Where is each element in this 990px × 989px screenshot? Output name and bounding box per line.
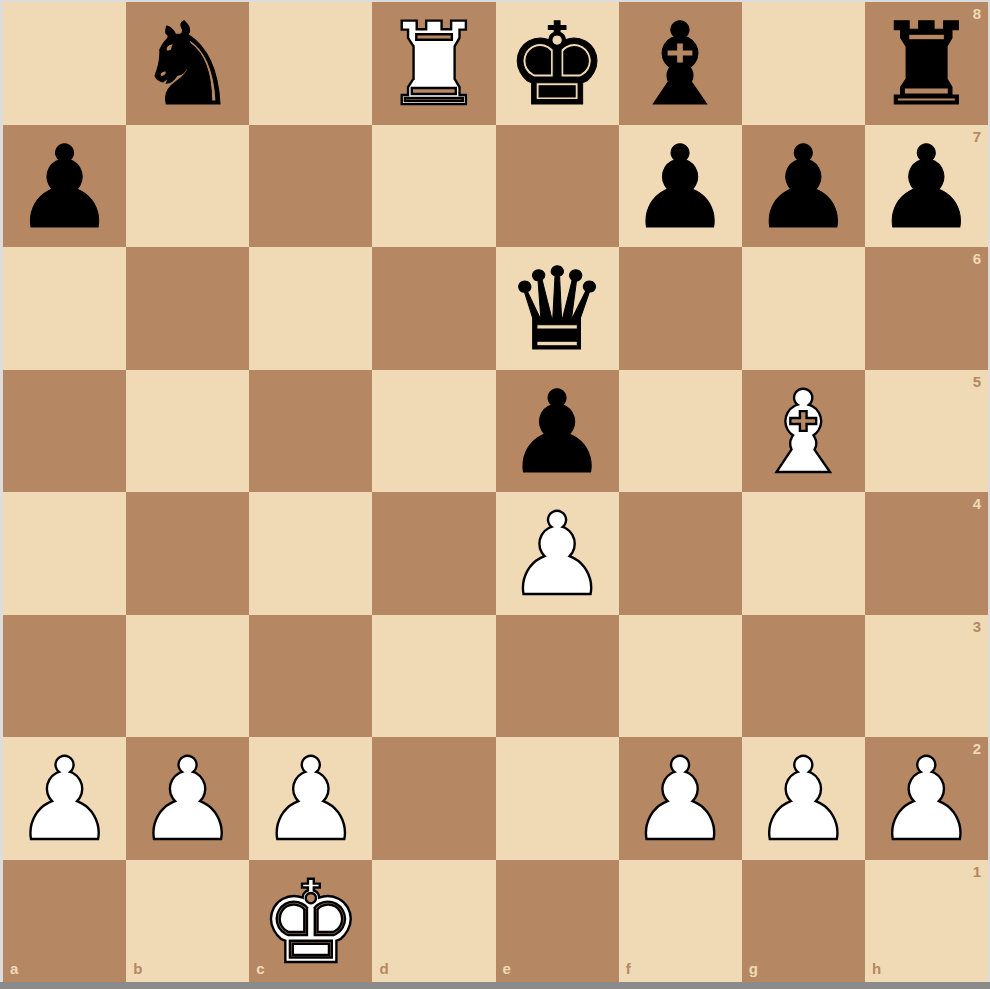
square-a8[interactable] [3, 2, 126, 125]
square-a5[interactable] [3, 370, 126, 493]
square-b1[interactable]: b [126, 860, 249, 983]
square-g4[interactable] [742, 492, 865, 615]
file-label-a: a [10, 961, 18, 976]
square-g6[interactable] [742, 247, 865, 370]
file-label-b: b [133, 961, 142, 976]
square-f8[interactable]: ♝ [619, 2, 742, 125]
square-b3[interactable] [126, 615, 249, 738]
square-h2[interactable]: 2♟ [865, 737, 988, 860]
square-e8[interactable]: ♚ [496, 2, 619, 125]
square-f5[interactable] [619, 370, 742, 493]
square-h5[interactable]: 5 [865, 370, 988, 493]
square-h6[interactable]: 6 [865, 247, 988, 370]
square-d6[interactable] [372, 247, 495, 370]
white-pawn[interactable]: ♟ [629, 743, 731, 857]
rank-label-5: 5 [973, 374, 981, 389]
square-f6[interactable] [619, 247, 742, 370]
black-bishop[interactable]: ♝ [629, 8, 731, 122]
square-g8[interactable] [742, 2, 865, 125]
file-label-d: d [379, 961, 388, 976]
white-pawn[interactable]: ♟ [13, 743, 115, 857]
rank-label-4: 4 [973, 496, 981, 511]
white-pawn[interactable]: ♟ [137, 743, 239, 857]
square-c8[interactable] [249, 2, 372, 125]
black-queen[interactable]: ♛ [506, 253, 608, 367]
square-e5[interactable]: ♟ [496, 370, 619, 493]
square-c2[interactable]: ♟ [249, 737, 372, 860]
white-pawn[interactable]: ♟ [752, 743, 854, 857]
square-f1[interactable]: f [619, 860, 742, 983]
square-b5[interactable] [126, 370, 249, 493]
square-h1[interactable]: h1 [865, 860, 988, 983]
square-h8[interactable]: 8♜ [865, 2, 988, 125]
square-e2[interactable] [496, 737, 619, 860]
square-e4[interactable]: ♟ [496, 492, 619, 615]
rank-label-1: 1 [973, 864, 981, 879]
square-f3[interactable] [619, 615, 742, 738]
square-b7[interactable] [126, 125, 249, 248]
square-g3[interactable] [742, 615, 865, 738]
square-a2[interactable]: ♟ [3, 737, 126, 860]
square-d7[interactable] [372, 125, 495, 248]
square-g2[interactable]: ♟ [742, 737, 865, 860]
window-bottom-edge [0, 982, 990, 989]
square-b8[interactable]: ♞ [126, 2, 249, 125]
file-label-g: g [749, 961, 758, 976]
square-e3[interactable] [496, 615, 619, 738]
square-f2[interactable]: ♟ [619, 737, 742, 860]
square-e6[interactable]: ♛ [496, 247, 619, 370]
square-f4[interactable] [619, 492, 742, 615]
square-e7[interactable] [496, 125, 619, 248]
square-g1[interactable]: g [742, 860, 865, 983]
square-b2[interactable]: ♟ [126, 737, 249, 860]
square-g7[interactable]: ♟ [742, 125, 865, 248]
square-c1[interactable]: c♚ [249, 860, 372, 983]
square-c3[interactable] [249, 615, 372, 738]
white-pawn[interactable]: ♟ [260, 743, 362, 857]
black-pawn[interactable]: ♟ [13, 131, 115, 245]
black-pawn[interactable]: ♟ [506, 376, 608, 490]
rank-label-6: 6 [973, 251, 981, 266]
square-d1[interactable]: d [372, 860, 495, 983]
square-d3[interactable] [372, 615, 495, 738]
square-a7[interactable]: ♟ [3, 125, 126, 248]
file-label-f: f [626, 961, 631, 976]
square-a3[interactable] [3, 615, 126, 738]
square-c7[interactable] [249, 125, 372, 248]
square-c4[interactable] [249, 492, 372, 615]
square-b4[interactable] [126, 492, 249, 615]
square-h4[interactable]: 4 [865, 492, 988, 615]
square-a1[interactable]: a [3, 860, 126, 983]
square-c6[interactable] [249, 247, 372, 370]
page: ♞♜♚♝8♜♟♟♟7♟♛6♟♝5♟43♟♟♟♟♟2♟abc♚defgh1 [0, 0, 990, 989]
square-d4[interactable] [372, 492, 495, 615]
square-d8[interactable]: ♜ [372, 2, 495, 125]
chess-board: ♞♜♚♝8♜♟♟♟7♟♛6♟♝5♟43♟♟♟♟♟2♟abc♚defgh1 [3, 2, 988, 982]
square-h3[interactable]: 3 [865, 615, 988, 738]
square-a6[interactable] [3, 247, 126, 370]
black-pawn[interactable]: ♟ [752, 131, 854, 245]
square-f7[interactable]: ♟ [619, 125, 742, 248]
rank-label-3: 3 [973, 619, 981, 634]
white-pawn[interactable]: ♟ [506, 498, 608, 612]
black-pawn[interactable]: ♟ [875, 131, 977, 245]
square-h7[interactable]: 7♟ [865, 125, 988, 248]
file-label-h: h [872, 961, 881, 976]
square-a4[interactable] [3, 492, 126, 615]
black-knight[interactable]: ♞ [137, 8, 239, 122]
white-rook[interactable]: ♜ [383, 8, 485, 122]
white-king[interactable]: ♚ [260, 866, 362, 980]
square-d5[interactable] [372, 370, 495, 493]
black-king[interactable]: ♚ [506, 8, 608, 122]
black-pawn[interactable]: ♟ [629, 131, 731, 245]
file-label-e: e [503, 961, 511, 976]
square-d2[interactable] [372, 737, 495, 860]
square-g5[interactable]: ♝ [742, 370, 865, 493]
square-c5[interactable] [249, 370, 372, 493]
black-rook[interactable]: ♜ [875, 8, 977, 122]
white-bishop[interactable]: ♝ [752, 376, 854, 490]
square-e1[interactable]: e [496, 860, 619, 983]
white-pawn[interactable]: ♟ [875, 743, 977, 857]
square-b6[interactable] [126, 247, 249, 370]
